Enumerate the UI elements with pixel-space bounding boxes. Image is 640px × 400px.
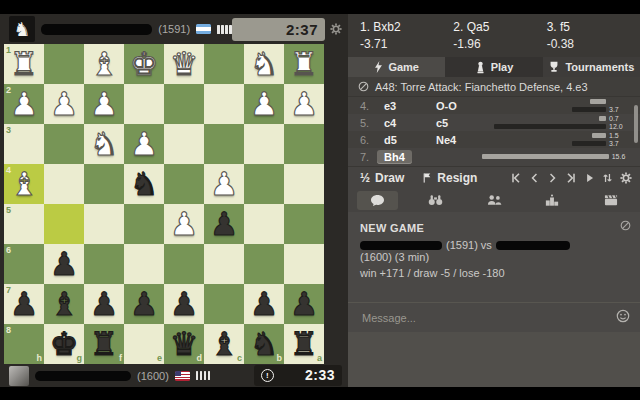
timer-alert-icon: ! — [261, 369, 274, 382]
connection-bars-icon — [196, 371, 211, 380]
next-move-icon — [547, 172, 558, 184]
white-name-redacted — [360, 241, 442, 250]
square-c8[interactable]: c♝ — [204, 324, 244, 364]
white-pawn-e3[interactable]: ♟ — [124, 124, 164, 164]
black-queen-d8[interactable]: ♛ — [164, 324, 204, 364]
square-d5[interactable]: ♟ — [164, 204, 204, 244]
square-c3[interactable] — [204, 124, 244, 164]
move-times: 3.7 — [482, 98, 640, 113]
chat-bubble-icon — [370, 194, 385, 207]
square-b3[interactable] — [244, 124, 284, 164]
white-queen-d1[interactable]: ♛ — [164, 44, 204, 84]
square-g6[interactable]: ♟ — [44, 244, 84, 284]
opening-explorer-icon — [358, 81, 369, 92]
clapperboard-icon — [604, 194, 618, 206]
tab-watch[interactable] — [406, 188, 464, 212]
white-rook-h1[interactable]: ♜ — [4, 44, 44, 84]
chat-panel: NEW GAME (1591) vs (1600) (3 min) win +1… — [348, 212, 640, 302]
next-move-button[interactable] — [547, 172, 558, 184]
message-bar: Message... — [348, 302, 640, 332]
square-f3[interactable]: ♞ — [84, 124, 124, 164]
matchup-post: (1600) (3 min) — [360, 251, 429, 263]
white-move-e3[interactable]: e3 — [384, 100, 436, 112]
square-g2[interactable]: ♟ — [44, 84, 84, 124]
white-pawn-h2[interactable]: ♟ — [4, 84, 44, 124]
board-column: ♞ (1591) 2:37 — [0, 14, 348, 387]
move-number: 5. — [348, 117, 384, 129]
file-label: e — [157, 353, 162, 363]
rank-label: 6 — [6, 245, 11, 255]
move-list-scrollbar[interactable] — [634, 105, 638, 143]
square-f5[interactable] — [84, 204, 124, 244]
player-name-redacted — [35, 371, 131, 381]
square-b2[interactable]: ♟ — [244, 84, 284, 124]
player-avatar[interactable] — [9, 366, 29, 386]
black-pawn-e7[interactable]: ♟ — [124, 284, 164, 324]
tab-players[interactable] — [465, 188, 523, 212]
opening-name: A48: Torre Attack: Fianchetto Defense, 4… — [375, 81, 588, 93]
previous-move-icon — [529, 172, 540, 184]
panel-footer — [348, 332, 640, 387]
app-root: ♞ (1591) 2:37 — [0, 0, 640, 400]
matchup-pre: (1591) vs — [446, 239, 492, 251]
tab-events[interactable] — [523, 188, 581, 212]
time-value: 3.7 — [609, 106, 630, 113]
square-h4[interactable]: 4♝ — [4, 164, 44, 204]
player-rating: (1600) — [137, 370, 169, 382]
white-bishop-f1[interactable]: ♝ — [84, 44, 124, 84]
black-pawn-d7[interactable]: ♟ — [164, 284, 204, 324]
square-e4[interactable]: ♞ — [124, 164, 164, 204]
main-area: ♞ (1591) 2:37 — [0, 14, 640, 387]
square-f2[interactable]: ♟ — [84, 84, 124, 124]
square-f7[interactable]: ♟ — [84, 284, 124, 324]
square-g1[interactable] — [44, 44, 84, 84]
square-c5[interactable]: ♟ — [204, 204, 244, 244]
opponent-avatar[interactable]: ♞ — [9, 16, 35, 42]
gear-icon — [330, 23, 342, 35]
side-panel: 1. Bxb2-3.712. Qa5-1.963. f5-0.38 Game P… — [348, 14, 640, 387]
opponent-rating: (1591) — [158, 23, 190, 35]
square-b5[interactable] — [244, 204, 284, 244]
square-f1[interactable]: ♝ — [84, 44, 124, 84]
square-g7[interactable]: ♝ — [44, 284, 84, 324]
square-d1[interactable]: ♛ — [164, 44, 204, 84]
square-h1[interactable]: 1♜ — [4, 44, 44, 84]
rank-label: 3 — [6, 125, 11, 135]
move-row-4: 4.e3O-O3.7 — [348, 97, 640, 114]
argentina-flag-icon — [196, 24, 211, 34]
square-a7[interactable]: ♟ — [284, 284, 324, 324]
first-move-button[interactable] — [510, 172, 522, 184]
square-f6[interactable] — [84, 244, 124, 284]
draw-button[interactable]: ½ Draw — [360, 171, 404, 185]
player-clock: ! 2:33 — [254, 365, 342, 386]
white-pawn-f2[interactable]: ♟ — [84, 84, 124, 124]
pawn-icon — [475, 61, 486, 74]
white-move-c4[interactable]: c4 — [384, 117, 436, 129]
white-move-d5[interactable]: d5 — [384, 134, 436, 146]
autoplay-button[interactable] — [584, 172, 595, 184]
top-letterbox — [0, 0, 640, 14]
black-bishop-g7[interactable]: ♝ — [44, 284, 84, 324]
flip-arrows-icon — [602, 172, 613, 184]
engine-line-Qa5[interactable]: 2. Qa5-1.96 — [453, 20, 546, 51]
square-c2[interactable] — [204, 84, 244, 124]
black-rook-f8[interactable]: ♜ — [84, 324, 124, 364]
square-a5[interactable] — [284, 204, 324, 244]
time-value: 1.5 — [609, 132, 630, 139]
square-e6[interactable] — [124, 244, 164, 284]
square-h2[interactable]: 2♟ — [4, 84, 44, 124]
resign-flag-icon — [422, 172, 432, 184]
square-a3[interactable] — [284, 124, 324, 164]
white-pawn-a2[interactable]: ♟ — [284, 84, 324, 124]
opening-name-row[interactable]: A48: Torre Attack: Fianchetto Defense, 4… — [348, 77, 640, 97]
square-c7[interactable] — [204, 284, 244, 324]
square-d7[interactable]: ♟ — [164, 284, 204, 324]
time-bar — [572, 141, 606, 146]
square-a8[interactable]: a♜ — [284, 324, 324, 364]
chat-header: NEW GAME — [360, 222, 628, 234]
panel-tabs: Game Play Tournaments — [348, 57, 640, 77]
black-move-c5[interactable]: c5 — [436, 117, 482, 129]
black-pawn-f7[interactable]: ♟ — [84, 284, 124, 324]
square-b6[interactable] — [244, 244, 284, 284]
white-rook-a1[interactable]: ♜ — [284, 44, 324, 84]
white-pawn-b2[interactable]: ♟ — [244, 84, 284, 124]
white-pawn-g2[interactable]: ♟ — [44, 84, 84, 124]
binoculars-icon — [428, 194, 443, 206]
white-knight-f3[interactable]: ♞ — [84, 124, 124, 164]
engine-suggestions: 1. Bxb2-3.712. Qa5-1.963. f5-0.38 — [348, 14, 640, 57]
connection-bars-icon — [217, 25, 232, 34]
black-rook-a8[interactable]: ♜ — [284, 324, 324, 364]
square-g5[interactable] — [44, 204, 84, 244]
move-number: 6. — [348, 134, 384, 146]
bottom-letterbox — [0, 387, 640, 400]
time-bar — [599, 116, 606, 121]
time-value: 12.0 — [609, 123, 630, 130]
square-f8[interactable]: f♜ — [84, 324, 124, 364]
podium-icon — [545, 194, 559, 206]
message-input[interactable]: Message... — [362, 312, 616, 324]
square-h3[interactable]: 3 — [4, 124, 44, 164]
move-times: 1.53.7 — [482, 132, 640, 147]
time-value: 15.6 — [612, 153, 630, 160]
square-g4[interactable] — [44, 164, 84, 204]
square-e7[interactable]: ♟ — [124, 284, 164, 324]
chat-tabs — [348, 188, 640, 212]
smiley-icon — [616, 309, 630, 323]
square-e5[interactable] — [124, 204, 164, 244]
panel-settings-button[interactable] — [620, 172, 632, 184]
rating-odds: win +171 / draw -5 / lose -180 — [360, 267, 628, 279]
black-move-Ne4[interactable]: Ne4 — [436, 134, 482, 146]
tab-play[interactable]: Play — [445, 57, 542, 77]
last-move-button[interactable] — [565, 172, 577, 184]
tab-game[interactable]: Game — [348, 57, 445, 77]
square-c6[interactable] — [204, 244, 244, 284]
black-name-redacted — [496, 241, 570, 250]
move-times: 15.6 — [482, 153, 640, 160]
engine-line-f5[interactable]: 3. f5-0.38 — [547, 20, 640, 51]
gear-icon — [620, 172, 632, 184]
square-d8[interactable]: d♛ — [164, 324, 204, 364]
square-e1[interactable]: ♚ — [124, 44, 164, 84]
square-e8[interactable]: e — [124, 324, 164, 364]
square-h6[interactable]: 6 — [4, 244, 44, 284]
square-a6[interactable] — [284, 244, 324, 284]
previous-move-button[interactable] — [529, 172, 540, 184]
time-bar — [494, 124, 606, 129]
square-a2[interactable]: ♟ — [284, 84, 324, 124]
move-times: 0.712.0 — [482, 115, 640, 130]
black-knight-e4[interactable]: ♞ — [124, 164, 164, 204]
black-pawn-b7[interactable]: ♟ — [244, 284, 284, 324]
square-d4[interactable] — [164, 164, 204, 204]
trophy-icon — [548, 61, 560, 73]
move-row-6: 6.d5Ne41.53.7 — [348, 131, 640, 148]
square-d3[interactable] — [164, 124, 204, 164]
time-bar — [482, 154, 609, 159]
white-move-Bh4[interactable]: Bh4 — [384, 150, 436, 164]
board-settings-button[interactable] — [330, 23, 342, 35]
square-a4[interactable] — [284, 164, 324, 204]
white-knight-b1[interactable]: ♞ — [244, 44, 284, 84]
square-d6[interactable] — [164, 244, 204, 284]
black-king-g8[interactable]: ♚ — [44, 324, 84, 364]
move-navigation — [510, 172, 640, 184]
square-e3[interactable]: ♟ — [124, 124, 164, 164]
time-bar — [572, 107, 606, 112]
square-b4[interactable] — [244, 164, 284, 204]
matchup-line: (1591) vs (1600) (3 min) — [360, 239, 628, 263]
time-value: 3.7 — [609, 140, 630, 147]
square-b7[interactable]: ♟ — [244, 284, 284, 324]
opponent-player-bar: ♞ (1591) 2:37 — [0, 14, 348, 44]
resign-button[interactable]: Resign — [422, 171, 477, 185]
black-pawn-h7[interactable]: ♟ — [4, 284, 44, 324]
mute-chat-button[interactable] — [620, 217, 631, 235]
half-point-icon: ½ — [360, 171, 370, 185]
chess-board[interactable]: 1♜♝♚♛♞♜2♟♟♟♟♟3♞♟4♝♞♟5♟♟6♟7♟♝♟♟♟♟♟8hg♚f♜e… — [4, 44, 324, 364]
last-move-icon — [565, 172, 577, 184]
white-pawn-d5[interactable]: ♟ — [164, 204, 204, 244]
time-bar — [590, 99, 606, 104]
black-knight-b8[interactable]: ♞ — [244, 324, 284, 364]
black-pawn-c5[interactable]: ♟ — [204, 204, 244, 244]
white-pawn-c4[interactable]: ♟ — [204, 164, 244, 204]
opponent-name-redacted — [41, 24, 152, 35]
square-b8[interactable]: b♞ — [244, 324, 284, 364]
white-king-e1[interactable]: ♚ — [124, 44, 164, 84]
square-g3[interactable] — [44, 124, 84, 164]
move-row-7: 7.Bh415.6 — [348, 148, 640, 165]
square-a1[interactable]: ♜ — [284, 44, 324, 84]
player-bar: (1600) ! 2:33 — [0, 364, 348, 387]
file-label: h — [37, 353, 43, 363]
move-row-5: 5.c4c50.712.0 — [348, 114, 640, 131]
engine-line-Bxb2[interactable]: 1. Bxb2-3.71 — [360, 20, 453, 51]
square-c4[interactable]: ♟ — [204, 164, 244, 204]
game-controls: ½ Draw Resign — [348, 166, 640, 188]
white-bishop-h4[interactable]: ♝ — [4, 164, 44, 204]
play-icon — [584, 172, 595, 184]
lightning-icon — [374, 61, 383, 73]
square-h7[interactable]: 7♟ — [4, 284, 44, 324]
square-e2[interactable] — [124, 84, 164, 124]
time-value: 0.7 — [609, 115, 630, 122]
tab-videos[interactable] — [582, 188, 640, 212]
square-f4[interactable] — [84, 164, 124, 204]
black-pawn-g6[interactable]: ♟ — [44, 244, 84, 284]
emoji-button[interactable] — [616, 309, 630, 327]
square-b1[interactable]: ♞ — [244, 44, 284, 84]
rank-label: 5 — [6, 205, 11, 215]
us-flag-icon — [175, 371, 190, 381]
square-g8[interactable]: g♚ — [44, 324, 84, 364]
no-chat-icon — [620, 220, 631, 231]
black-pawn-a7[interactable]: ♟ — [284, 284, 324, 324]
square-d2[interactable] — [164, 84, 204, 124]
people-icon — [487, 194, 502, 206]
flip-board-button[interactable] — [602, 172, 613, 184]
move-number: 4. — [348, 100, 384, 112]
square-c1[interactable] — [204, 44, 244, 84]
black-move-O-O[interactable]: O-O — [436, 100, 482, 112]
square-h8[interactable]: 8h — [4, 324, 44, 364]
tab-chat[interactable] — [348, 188, 406, 212]
first-move-icon — [510, 172, 522, 184]
move-list: 4.e3O-O3.75.c4c50.712.06.d5Ne41.53.77.Bh… — [348, 97, 640, 166]
square-h5[interactable]: 5 — [4, 204, 44, 244]
black-bishop-c8[interactable]: ♝ — [204, 324, 244, 364]
opponent-clock: 2:37 — [232, 18, 325, 41]
time-bar — [592, 133, 606, 138]
tab-tournaments[interactable]: Tournaments — [543, 57, 640, 77]
rank-label: 8 — [6, 325, 11, 335]
